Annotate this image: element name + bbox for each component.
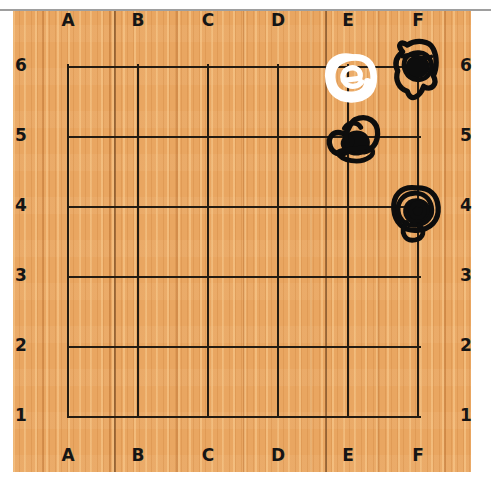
black-stone-F6[interactable] (391, 37, 441, 105)
row-label-left-3: 3 (13, 266, 29, 284)
row-label-right-4: 4 (458, 196, 474, 214)
intersection-C6[interactable] (173, 30, 243, 100)
intersection-A1[interactable] (33, 380, 103, 450)
col-label-top-A: A (33, 11, 103, 29)
intersection-A5[interactable] (33, 100, 103, 170)
intersection-F4[interactable] (383, 170, 453, 240)
col-label-bottom-E: E (313, 446, 383, 464)
row-label-right-6: 6 (458, 56, 474, 74)
intersection-F6[interactable] (383, 30, 453, 100)
intersection-D2[interactable] (243, 310, 313, 380)
col-label-bottom-D: D (243, 446, 313, 464)
col-label-bottom-C: C (173, 446, 243, 464)
row-label-right-2: 2 (458, 336, 474, 354)
white-scribble-stone-icon (322, 50, 380, 105)
intersection-C2[interactable] (173, 310, 243, 380)
row-label-left-6: 6 (13, 56, 29, 74)
col-label-top-D: D (243, 11, 313, 29)
intersection-B2[interactable] (103, 310, 173, 380)
black-stone-E5[interactable] (325, 111, 381, 167)
intersection-F3[interactable] (383, 240, 453, 310)
col-label-top-B: B (103, 11, 173, 29)
row-label-right-3: 3 (458, 266, 474, 284)
intersection-B5[interactable] (103, 100, 173, 170)
page: AABBCCDDEEFF665544332211 (0, 0, 491, 499)
intersection-D4[interactable] (243, 170, 313, 240)
row-label-right-5: 5 (458, 126, 474, 144)
intersection-C1[interactable] (173, 380, 243, 450)
col-label-top-E: E (313, 11, 383, 29)
black-scribble-stone-icon (389, 183, 443, 243)
intersection-F5[interactable] (383, 100, 453, 170)
black-scribble-stone-icon (325, 111, 381, 167)
intersection-B6[interactable] (103, 30, 173, 100)
black-stone-F4[interactable] (389, 183, 443, 243)
col-label-top-F: F (383, 11, 453, 29)
intersection-C4[interactable] (173, 170, 243, 240)
col-label-bottom-A: A (33, 446, 103, 464)
intersection-E2[interactable] (313, 310, 383, 380)
intersections-grid (33, 30, 453, 450)
white-stone-E6[interactable] (322, 50, 380, 105)
row-label-left-2: 2 (13, 336, 29, 354)
intersection-E5[interactable] (313, 100, 383, 170)
intersection-A4[interactable] (33, 170, 103, 240)
go-board: AABBCCDDEEFF665544332211 (13, 11, 471, 472)
intersection-D3[interactable] (243, 240, 313, 310)
intersection-A6[interactable] (33, 30, 103, 100)
intersection-B4[interactable] (103, 170, 173, 240)
black-scribble-stone-icon (391, 37, 441, 105)
intersection-F1[interactable] (383, 380, 453, 450)
intersection-E1[interactable] (313, 380, 383, 450)
col-label-bottom-B: B (103, 446, 173, 464)
row-label-left-1: 1 (13, 406, 29, 424)
intersection-F2[interactable] (383, 310, 453, 380)
col-label-top-C: C (173, 11, 243, 29)
row-label-right-1: 1 (458, 406, 474, 424)
row-label-left-5: 5 (13, 126, 29, 144)
intersection-C5[interactable] (173, 100, 243, 170)
intersection-A2[interactable] (33, 310, 103, 380)
intersection-C3[interactable] (173, 240, 243, 310)
intersection-E3[interactable] (313, 240, 383, 310)
intersection-D6[interactable] (243, 30, 313, 100)
intersection-D5[interactable] (243, 100, 313, 170)
col-label-bottom-F: F (383, 446, 453, 464)
intersection-A3[interactable] (33, 240, 103, 310)
intersection-E6[interactable] (313, 30, 383, 100)
row-label-left-4: 4 (13, 196, 29, 214)
intersection-E4[interactable] (313, 170, 383, 240)
intersection-B1[interactable] (103, 380, 173, 450)
intersection-B3[interactable] (103, 240, 173, 310)
intersection-D1[interactable] (243, 380, 313, 450)
